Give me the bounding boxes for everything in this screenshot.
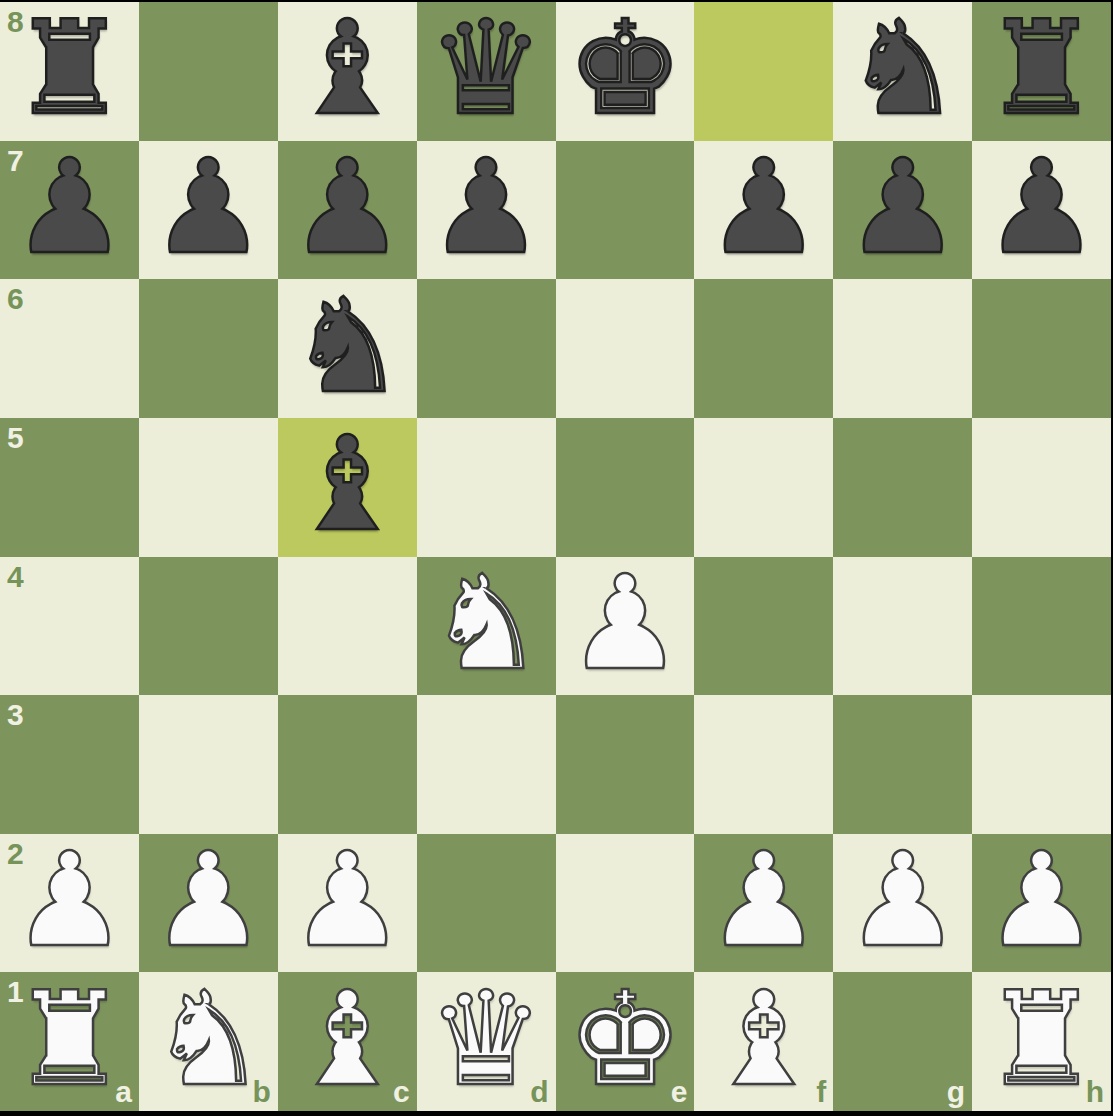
piece-white-knight[interactable]: ♞ <box>150 974 267 1104</box>
square-h8[interactable]: ♜ <box>972 2 1111 141</box>
square-d7[interactable]: ♟ <box>417 141 556 280</box>
piece-black-pawn[interactable]: ♟ <box>150 142 267 272</box>
square-a4[interactable]: 4 <box>0 557 139 696</box>
square-h6[interactable] <box>972 279 1111 418</box>
piece-white-rook[interactable]: ♜ <box>983 974 1100 1104</box>
square-f7[interactable]: ♟ <box>694 141 833 280</box>
rank-label-5: 5 <box>7 423 24 453</box>
piece-white-bishop[interactable]: ♝ <box>289 974 406 1104</box>
piece-black-bishop[interactable]: ♝ <box>289 3 406 133</box>
piece-white-queen[interactable]: ♛ <box>428 974 545 1104</box>
square-b3[interactable] <box>139 695 278 834</box>
square-a1[interactable]: 1a♜ <box>0 972 139 1111</box>
square-g1[interactable]: g <box>833 972 972 1111</box>
square-a6[interactable]: 6 <box>0 279 139 418</box>
piece-black-rook[interactable]: ♜ <box>11 3 128 133</box>
square-e2[interactable] <box>556 834 695 973</box>
square-c4[interactable] <box>278 557 417 696</box>
square-b8[interactable] <box>139 2 278 141</box>
square-e5[interactable] <box>556 418 695 557</box>
piece-black-queen[interactable]: ♛ <box>428 3 545 133</box>
square-c6[interactable]: ♞ <box>278 279 417 418</box>
piece-black-pawn[interactable]: ♟ <box>289 142 406 272</box>
square-f2[interactable]: ♟ <box>694 834 833 973</box>
square-h2[interactable]: ♟ <box>972 834 1111 973</box>
square-f4[interactable] <box>694 557 833 696</box>
square-c1[interactable]: c♝ <box>278 972 417 1111</box>
square-d2[interactable] <box>417 834 556 973</box>
square-a5[interactable]: 5 <box>0 418 139 557</box>
square-e3[interactable] <box>556 695 695 834</box>
piece-white-rook[interactable]: ♜ <box>11 974 128 1104</box>
rank-label-4: 4 <box>7 562 24 592</box>
square-b5[interactable] <box>139 418 278 557</box>
square-c8[interactable]: ♝ <box>278 2 417 141</box>
square-c7[interactable]: ♟ <box>278 141 417 280</box>
rank-label-6: 6 <box>7 284 24 314</box>
square-d3[interactable] <box>417 695 556 834</box>
square-d4[interactable]: ♞ <box>417 557 556 696</box>
piece-black-pawn[interactable]: ♟ <box>983 142 1100 272</box>
square-c3[interactable] <box>278 695 417 834</box>
square-e4[interactable]: ♟ <box>556 557 695 696</box>
square-d1[interactable]: d♛ <box>417 972 556 1111</box>
piece-black-pawn[interactable]: ♟ <box>844 142 961 272</box>
rank-label-3: 3 <box>7 700 24 730</box>
piece-black-pawn[interactable]: ♟ <box>706 142 823 272</box>
square-b1[interactable]: b♞ <box>139 972 278 1111</box>
piece-black-pawn[interactable]: ♟ <box>428 142 545 272</box>
square-g6[interactable] <box>833 279 972 418</box>
square-f8[interactable] <box>694 2 833 141</box>
piece-black-rook[interactable]: ♜ <box>983 3 1100 133</box>
piece-black-bishop[interactable]: ♝ <box>289 419 406 549</box>
square-d6[interactable] <box>417 279 556 418</box>
square-g8[interactable]: ♞ <box>833 2 972 141</box>
square-b6[interactable] <box>139 279 278 418</box>
file-label-g: g <box>947 1077 965 1107</box>
square-a2[interactable]: 2♟ <box>0 834 139 973</box>
piece-white-knight[interactable]: ♞ <box>428 558 545 688</box>
square-e7[interactable] <box>556 141 695 280</box>
square-c5[interactable]: ♝ <box>278 418 417 557</box>
square-f3[interactable] <box>694 695 833 834</box>
square-g4[interactable] <box>833 557 972 696</box>
piece-white-pawn[interactable]: ♟ <box>983 835 1100 965</box>
piece-white-pawn[interactable]: ♟ <box>844 835 961 965</box>
square-e1[interactable]: e♚ <box>556 972 695 1111</box>
square-h5[interactable] <box>972 418 1111 557</box>
piece-white-pawn[interactable]: ♟ <box>289 835 406 965</box>
piece-white-pawn[interactable]: ♟ <box>706 835 823 965</box>
piece-black-knight[interactable]: ♞ <box>844 3 961 133</box>
square-g5[interactable] <box>833 418 972 557</box>
square-b7[interactable]: ♟ <box>139 141 278 280</box>
piece-white-pawn[interactable]: ♟ <box>150 835 267 965</box>
square-f5[interactable] <box>694 418 833 557</box>
square-a8[interactable]: 8♜ <box>0 2 139 141</box>
chess-board: 8♜♝♛♚♞♜7♟♟♟♟♟♟♟6♞5♝4♞♟32♟♟♟♟♟♟1a♜b♞c♝d♛e… <box>0 2 1111 1111</box>
square-h1[interactable]: h♜ <box>972 972 1111 1111</box>
square-f1[interactable]: f♝ <box>694 972 833 1111</box>
piece-black-pawn[interactable]: ♟ <box>11 142 128 272</box>
piece-black-king[interactable]: ♚ <box>567 3 684 133</box>
piece-white-pawn[interactable]: ♟ <box>11 835 128 965</box>
square-d5[interactable] <box>417 418 556 557</box>
square-g2[interactable]: ♟ <box>833 834 972 973</box>
piece-white-pawn[interactable]: ♟ <box>567 558 684 688</box>
square-e6[interactable] <box>556 279 695 418</box>
square-g3[interactable] <box>833 695 972 834</box>
square-f6[interactable] <box>694 279 833 418</box>
square-h4[interactable] <box>972 557 1111 696</box>
square-c2[interactable]: ♟ <box>278 834 417 973</box>
piece-white-king[interactable]: ♚ <box>567 974 684 1104</box>
square-h7[interactable]: ♟ <box>972 141 1111 280</box>
square-d8[interactable]: ♛ <box>417 2 556 141</box>
square-e8[interactable]: ♚ <box>556 2 695 141</box>
square-h3[interactable] <box>972 695 1111 834</box>
square-b4[interactable] <box>139 557 278 696</box>
square-a7[interactable]: 7♟ <box>0 141 139 280</box>
piece-white-bishop[interactable]: ♝ <box>706 974 823 1104</box>
square-g7[interactable]: ♟ <box>833 141 972 280</box>
piece-black-knight[interactable]: ♞ <box>289 281 406 411</box>
square-a3[interactable]: 3 <box>0 695 139 834</box>
square-b2[interactable]: ♟ <box>139 834 278 973</box>
